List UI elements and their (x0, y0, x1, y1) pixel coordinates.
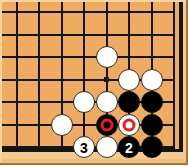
image-right-edge (186, 0, 188, 165)
white-stone (96, 136, 118, 158)
white-stone: 3 (73, 136, 95, 158)
black-stone (141, 91, 163, 113)
grid-line-horizontal (2, 34, 175, 36)
white-stone (51, 114, 73, 136)
black-stone (141, 136, 163, 158)
board-left-bevel (0, 0, 2, 162)
hoshi-point (104, 77, 109, 82)
move-number-label: 3 (80, 141, 88, 155)
grid-line-vertical (83, 2, 85, 150)
grid-line-vertical (16, 2, 18, 150)
red-circle-mark (123, 118, 136, 131)
white-stone (96, 46, 118, 68)
move-number-label: 2 (125, 141, 133, 155)
white-stone (141, 69, 163, 91)
board-top-bevel (0, 0, 186, 2)
white-stone (73, 91, 95, 113)
grid-line-vertical (38, 2, 40, 150)
black-stone (141, 114, 163, 136)
white-stone (118, 114, 140, 136)
grid-line-horizontal (2, 11, 175, 13)
grid-line-vertical (173, 2, 175, 150)
white-stone (118, 69, 140, 91)
black-stone: 2 (118, 136, 140, 158)
go-board-diagram: 32 (0, 0, 188, 165)
black-stone (96, 114, 118, 136)
image-bottom-edge (0, 163, 188, 166)
grid-line-horizontal (2, 56, 175, 58)
red-circle-mark (100, 118, 113, 131)
black-stone (118, 91, 140, 113)
white-stone (96, 91, 118, 113)
